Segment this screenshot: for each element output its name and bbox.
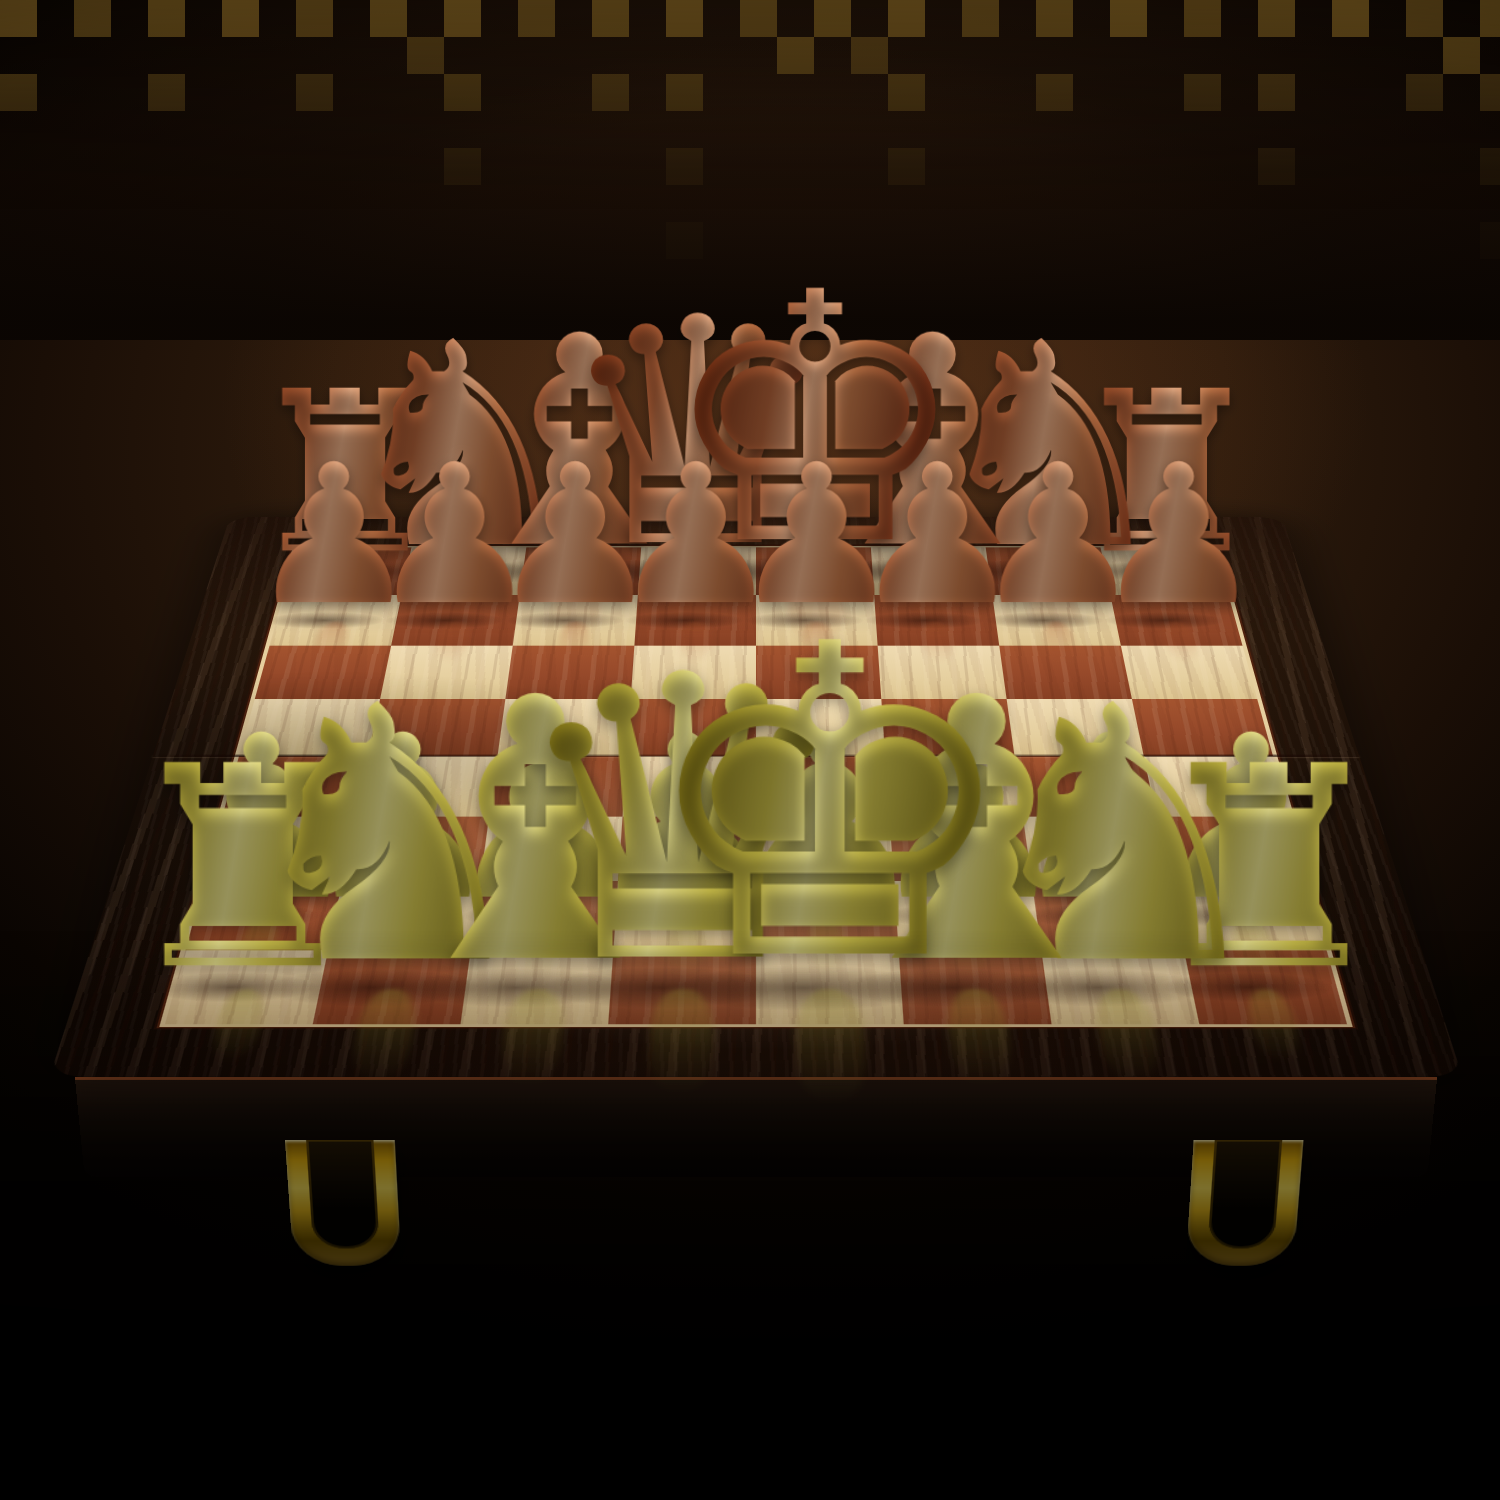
clasp-right-opening [1207, 1140, 1282, 1249]
board-front-edge [75, 1077, 1437, 1178]
clasp-right [1185, 1140, 1303, 1266]
clasp-left [285, 1140, 402, 1266]
square-b8 [402, 547, 527, 595]
square-a8 [283, 547, 411, 595]
square-h8 [1101, 547, 1229, 595]
king-glyph: ♚ [584, 590, 1075, 1020]
square-c8 [520, 547, 641, 595]
chess-board: ♜♞♝♛♚♝♞♜♟♟♟♟♟♟♟♟♟♟♟♟♟♟♟♟♜♞♝♛♚♝♞♜ [50, 517, 1463, 1077]
product-photo-stage: ♜♞♝♛♚♝♞♜♟♟♟♟♟♟♟♟♟♟♟♟♟♟♟♟♜♞♝♛♚♝♞♜ [0, 0, 1500, 1500]
clasp-left-opening [306, 1140, 380, 1249]
